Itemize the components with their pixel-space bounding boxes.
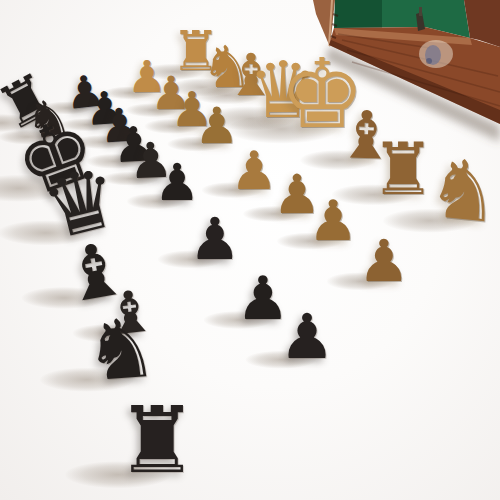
box-latch-hook: [419, 7, 422, 16]
black-pawn: ♟: [279, 306, 335, 368]
white-pawn: ♟: [358, 232, 410, 290]
box-scuff-dot: [426, 58, 432, 64]
black-pawn: ♟: [154, 157, 200, 208]
box-felt-shading: [334, 0, 382, 28]
white-pawn: ♟: [230, 144, 278, 197]
black-rook: ♜: [116, 395, 198, 487]
white-pawn: ♟: [308, 193, 358, 249]
white-rook: ♜: [371, 133, 436, 205]
photo-scene: ♜♞♝♟♟♛♟♚♜♟♟♞♟♟♝♟♚♟♜♟♟♞♟♛♟♟♟♝♟♝♟♞♜: [0, 0, 500, 500]
black-pawn: ♟: [189, 210, 241, 268]
white-knight: ♞: [423, 146, 500, 235]
black-knight: ♞: [81, 307, 160, 394]
